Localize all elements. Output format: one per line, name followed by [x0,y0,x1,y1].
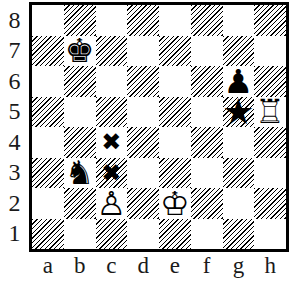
square-c4[interactable]: ✖ [96,127,128,158]
square-b7[interactable]: ♚ [64,36,96,67]
square-e5[interactable] [159,97,191,128]
black-king: ♚ [65,34,95,67]
square-f2[interactable] [191,188,223,219]
square-a1[interactable] [32,219,64,250]
square-a8[interactable] [32,5,64,36]
rank-label-1: 1 [0,219,29,250]
rank-label-3: 3 [0,158,29,189]
square-d1[interactable] [127,219,159,250]
cross-marker: ✖ [101,161,121,185]
square-e7[interactable] [159,36,191,67]
file-label-g: g [223,251,255,281]
white-rook: ♖ [255,95,285,128]
square-f3[interactable] [191,158,223,189]
square-f5[interactable] [191,97,223,128]
square-b5[interactable] [64,97,96,128]
square-f7[interactable] [191,36,223,67]
square-a5[interactable] [32,97,64,128]
square-a7[interactable] [32,36,64,67]
square-g1[interactable] [223,219,255,250]
square-a6[interactable] [32,66,64,97]
square-c1[interactable] [96,219,128,250]
rank-label-2: 2 [0,188,29,219]
file-labels: abcdefgh [32,251,286,281]
square-g3[interactable] [223,158,255,189]
rank-label-8: 8 [0,5,29,36]
square-b3[interactable]: ♞ [64,158,96,189]
square-a2[interactable] [32,188,64,219]
square-d6[interactable] [127,66,159,97]
square-e1[interactable] [159,219,191,250]
rank-label-7: 7 [0,36,29,67]
cross-marker: ✖ [101,130,121,154]
square-f8[interactable] [191,5,223,36]
square-b1[interactable] [64,219,96,250]
square-e4[interactable] [159,127,191,158]
square-c7[interactable] [96,36,128,67]
square-c6[interactable] [96,66,128,97]
file-label-h: h [254,251,286,281]
square-e8[interactable] [159,5,191,36]
file-label-d: d [127,251,159,281]
rank-label-5: 5 [0,97,29,128]
square-c8[interactable] [96,5,128,36]
black-knight: ♞ [65,156,95,189]
square-g2[interactable] [223,188,255,219]
square-h8[interactable] [254,5,286,36]
square-d4[interactable] [127,127,159,158]
square-e6[interactable] [159,66,191,97]
square-e2[interactable]: ♔ [159,188,191,219]
square-g8[interactable] [223,5,255,36]
square-h7[interactable] [254,36,286,67]
square-c5[interactable] [96,97,128,128]
file-label-c: c [96,251,128,281]
rank-label-6: 6 [0,66,29,97]
square-h5[interactable]: ♖ [254,97,286,128]
square-h2[interactable] [254,188,286,219]
rank-labels: 87654321 [0,5,29,249]
file-label-b: b [64,251,96,281]
square-d8[interactable] [127,5,159,36]
rank-label-4: 4 [0,127,29,158]
white-pawn: ♙ [97,187,127,220]
square-g5[interactable]: ★ [223,97,255,128]
square-a3[interactable] [32,158,64,189]
square-h3[interactable] [254,158,286,189]
square-b2[interactable] [64,188,96,219]
file-label-f: f [191,251,223,281]
square-f4[interactable] [191,127,223,158]
square-c2[interactable]: ♙ [96,188,128,219]
square-d2[interactable] [127,188,159,219]
square-h1[interactable] [254,219,286,250]
square-d3[interactable] [127,158,159,189]
file-label-e: e [159,251,191,281]
chess-diagram: 87654321 ♚♟★♖✖♞✖♙♔ abcdefgh [0,0,293,282]
square-h4[interactable] [254,127,286,158]
star-marker: ★ [222,94,254,130]
square-f6[interactable] [191,66,223,97]
chess-board: ♚♟★♖✖♞✖♙♔ [29,2,289,252]
white-king: ♔ [160,187,190,220]
square-f1[interactable] [191,219,223,250]
square-g4[interactable] [223,127,255,158]
square-d5[interactable] [127,97,159,128]
file-label-a: a [32,251,64,281]
square-d7[interactable] [127,36,159,67]
square-b6[interactable] [64,66,96,97]
square-a4[interactable] [32,127,64,158]
